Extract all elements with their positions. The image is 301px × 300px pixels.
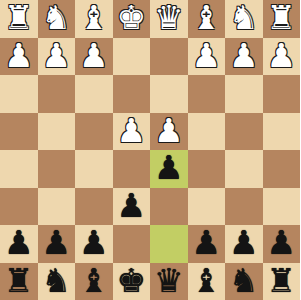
- black-queen[interactable]: ♛: [154, 264, 184, 297]
- square-a3[interactable]: [263, 75, 301, 113]
- square-b6[interactable]: [225, 188, 263, 226]
- white-pawn[interactable]: ♟: [154, 114, 184, 147]
- square-h1[interactable]: ♜: [0, 0, 38, 38]
- white-pawn[interactable]: ♟: [266, 39, 296, 72]
- white-pawn[interactable]: ♟: [229, 39, 259, 72]
- white-queen[interactable]: ♛: [154, 1, 184, 34]
- square-e2[interactable]: [113, 38, 151, 76]
- square-a4[interactable]: [263, 113, 301, 151]
- square-f1[interactable]: ♝: [75, 0, 113, 38]
- white-knight[interactable]: ♞: [41, 1, 71, 34]
- black-pawn[interactable]: ♟: [41, 226, 71, 259]
- square-h4[interactable]: [0, 113, 38, 151]
- white-pawn[interactable]: ♟: [79, 39, 109, 72]
- square-f2[interactable]: ♟: [75, 38, 113, 76]
- square-e6[interactable]: ♟: [113, 188, 151, 226]
- white-rook[interactable]: ♜: [4, 1, 34, 34]
- white-pawn[interactable]: ♟: [116, 114, 146, 147]
- black-pawn[interactable]: ♟: [4, 226, 34, 259]
- white-rook[interactable]: ♜: [266, 1, 296, 34]
- square-f3[interactable]: [75, 75, 113, 113]
- square-b4[interactable]: [225, 113, 263, 151]
- square-h8[interactable]: ♜: [0, 263, 38, 300]
- square-g6[interactable]: [38, 188, 76, 226]
- square-d8[interactable]: ♛: [150, 263, 188, 300]
- square-c3[interactable]: [188, 75, 226, 113]
- square-d5[interactable]: ♟: [150, 150, 188, 188]
- black-pawn[interactable]: ♟: [191, 226, 221, 259]
- square-c6[interactable]: [188, 188, 226, 226]
- white-pawn[interactable]: ♟: [41, 39, 71, 72]
- black-rook[interactable]: ♜: [266, 264, 296, 297]
- square-h5[interactable]: [0, 150, 38, 188]
- square-b5[interactable]: [225, 150, 263, 188]
- square-a1[interactable]: ♜: [263, 0, 301, 38]
- square-f6[interactable]: [75, 188, 113, 226]
- square-c8[interactable]: ♝: [188, 263, 226, 300]
- black-pawn[interactable]: ♟: [116, 189, 146, 222]
- square-f5[interactable]: [75, 150, 113, 188]
- white-pawn[interactable]: ♟: [4, 39, 34, 72]
- black-rook[interactable]: ♜: [4, 264, 34, 297]
- square-g1[interactable]: ♞: [38, 0, 76, 38]
- square-c2[interactable]: ♟: [188, 38, 226, 76]
- square-d4[interactable]: ♟: [150, 113, 188, 151]
- square-b2[interactable]: ♟: [225, 38, 263, 76]
- square-g5[interactable]: [38, 150, 76, 188]
- square-e3[interactable]: [113, 75, 151, 113]
- white-bishop[interactable]: ♝: [191, 1, 221, 34]
- square-f7[interactable]: ♟: [75, 225, 113, 263]
- square-g8[interactable]: ♞: [38, 263, 76, 300]
- square-h2[interactable]: ♟: [0, 38, 38, 76]
- square-g2[interactable]: ♟: [38, 38, 76, 76]
- square-f4[interactable]: [75, 113, 113, 151]
- square-g3[interactable]: [38, 75, 76, 113]
- square-c4[interactable]: [188, 113, 226, 151]
- square-h6[interactable]: [0, 188, 38, 226]
- white-knight[interactable]: ♞: [229, 1, 259, 34]
- square-f8[interactable]: ♝: [75, 263, 113, 300]
- square-h7[interactable]: ♟: [0, 225, 38, 263]
- white-king[interactable]: ♚: [116, 1, 146, 34]
- square-a6[interactable]: [263, 188, 301, 226]
- black-knight[interactable]: ♞: [229, 264, 259, 297]
- square-b8[interactable]: ♞: [225, 263, 263, 300]
- square-e7[interactable]: [113, 225, 151, 263]
- square-c5[interactable]: [188, 150, 226, 188]
- square-a8[interactable]: ♜: [263, 263, 301, 300]
- chess-board-container: ♜♞♝♚♛♝♞♜♟♟♟♟♟♟♟♟♟♟♟♟♟♟♟♟♜♞♝♚♛♝♞♜: [0, 0, 300, 300]
- square-h3[interactable]: [0, 75, 38, 113]
- square-e1[interactable]: ♚: [113, 0, 151, 38]
- white-pawn[interactable]: ♟: [191, 39, 221, 72]
- square-g4[interactable]: [38, 113, 76, 151]
- square-e5[interactable]: [113, 150, 151, 188]
- black-king[interactable]: ♚: [116, 264, 146, 297]
- square-d3[interactable]: [150, 75, 188, 113]
- square-a2[interactable]: ♟: [263, 38, 301, 76]
- square-d1[interactable]: ♛: [150, 0, 188, 38]
- square-b1[interactable]: ♞: [225, 0, 263, 38]
- square-d2[interactable]: [150, 38, 188, 76]
- black-pawn[interactable]: ♟: [229, 226, 259, 259]
- square-e4[interactable]: ♟: [113, 113, 151, 151]
- square-d6[interactable]: [150, 188, 188, 226]
- black-bishop[interactable]: ♝: [191, 264, 221, 297]
- chess-board: ♜♞♝♚♛♝♞♜♟♟♟♟♟♟♟♟♟♟♟♟♟♟♟♟♜♞♝♚♛♝♞♜: [0, 0, 300, 300]
- square-c7[interactable]: ♟: [188, 225, 226, 263]
- black-pawn[interactable]: ♟: [154, 151, 184, 184]
- black-pawn[interactable]: ♟: [79, 226, 109, 259]
- square-a5[interactable]: [263, 150, 301, 188]
- square-g7[interactable]: ♟: [38, 225, 76, 263]
- square-e8[interactable]: ♚: [113, 263, 151, 300]
- square-c1[interactable]: ♝: [188, 0, 226, 38]
- black-pawn[interactable]: ♟: [266, 226, 296, 259]
- square-b3[interactable]: [225, 75, 263, 113]
- black-knight[interactable]: ♞: [41, 264, 71, 297]
- black-bishop[interactable]: ♝: [79, 264, 109, 297]
- square-d7[interactable]: [150, 225, 188, 263]
- square-b7[interactable]: ♟: [225, 225, 263, 263]
- square-a7[interactable]: ♟: [263, 225, 301, 263]
- white-bishop[interactable]: ♝: [79, 1, 109, 34]
